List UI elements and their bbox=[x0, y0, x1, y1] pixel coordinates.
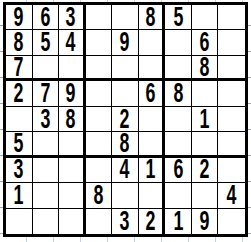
given-digit: 7 bbox=[40, 81, 50, 106]
cell-r7c1[interactable]: 3 bbox=[6, 158, 33, 183]
cell-r3c3[interactable] bbox=[59, 56, 86, 81]
cell-r7c8[interactable]: 2 bbox=[192, 158, 219, 183]
given-digit: 4 bbox=[120, 158, 130, 183]
given-digit: 7 bbox=[14, 56, 24, 81]
cell-r5c9[interactable] bbox=[218, 107, 245, 132]
cell-r1c2[interactable]: 6 bbox=[33, 5, 60, 30]
cell-r2c3[interactable]: 4 bbox=[59, 30, 86, 55]
cell-r4c7[interactable]: 8 bbox=[165, 81, 192, 106]
cell-r9c2[interactable] bbox=[33, 209, 60, 234]
given-digit: 5 bbox=[40, 30, 50, 55]
given-digit: 9 bbox=[120, 30, 130, 55]
cell-r2c5[interactable]: 9 bbox=[112, 30, 139, 55]
given-digit: 1 bbox=[14, 183, 24, 208]
cell-r2c2[interactable]: 5 bbox=[33, 30, 60, 55]
cell-r5c4[interactable] bbox=[86, 107, 113, 132]
given-digit: 8 bbox=[146, 5, 156, 30]
given-digit: 3 bbox=[14, 158, 24, 183]
cell-r8c9[interactable]: 4 bbox=[218, 183, 245, 208]
cell-r9c5[interactable]: 3 bbox=[112, 209, 139, 234]
cell-r7c3[interactable] bbox=[59, 158, 86, 183]
given-digit: 4 bbox=[227, 183, 237, 208]
cell-r5c5[interactable]: 2 bbox=[112, 107, 139, 132]
cell-r5c8[interactable]: 1 bbox=[192, 107, 219, 132]
given-digit: 6 bbox=[146, 81, 156, 106]
given-digit: 8 bbox=[14, 30, 24, 55]
given-digit: 8 bbox=[93, 183, 103, 208]
given-digit: 8 bbox=[173, 81, 183, 106]
given-digit: 9 bbox=[200, 209, 210, 234]
cell-r6c2[interactable] bbox=[33, 132, 60, 157]
cell-r6c9[interactable] bbox=[218, 132, 245, 157]
cell-r6c7[interactable] bbox=[165, 132, 192, 157]
sudoku-board: 96385854967827968382158341621843219 bbox=[3, 2, 248, 237]
cell-r2c8[interactable]: 6 bbox=[192, 30, 219, 55]
cell-r1c1[interactable]: 9 bbox=[6, 5, 33, 30]
given-digit: 8 bbox=[120, 132, 130, 157]
cell-r5c7[interactable] bbox=[165, 107, 192, 132]
cell-r8c5[interactable] bbox=[112, 183, 139, 208]
cell-r4c5[interactable] bbox=[112, 81, 139, 106]
cell-r6c1[interactable]: 5 bbox=[6, 132, 33, 157]
cell-r5c2[interactable]: 3 bbox=[33, 107, 60, 132]
cell-r5c1[interactable] bbox=[6, 107, 33, 132]
cell-r2c4[interactable] bbox=[86, 30, 113, 55]
given-digit: 5 bbox=[173, 5, 183, 30]
cell-r8c7[interactable] bbox=[165, 183, 192, 208]
given-digit: 2 bbox=[120, 107, 130, 132]
cell-r3c5[interactable] bbox=[112, 56, 139, 81]
given-digit: 2 bbox=[200, 158, 210, 183]
cell-r3c4[interactable] bbox=[86, 56, 113, 81]
given-digit: 3 bbox=[40, 107, 50, 132]
cell-r6c5[interactable]: 8 bbox=[112, 132, 139, 157]
cell-r3c6[interactable] bbox=[139, 56, 166, 81]
given-digit: 6 bbox=[200, 30, 210, 55]
given-digit: 2 bbox=[146, 209, 156, 234]
given-digit: 8 bbox=[200, 56, 210, 81]
cell-r4c9[interactable] bbox=[218, 81, 245, 106]
cell-r1c7[interactable]: 5 bbox=[165, 5, 192, 30]
given-digit: 4 bbox=[66, 30, 76, 55]
cell-r4c3[interactable]: 9 bbox=[59, 81, 86, 106]
cell-r7c6[interactable]: 1 bbox=[139, 158, 166, 183]
cell-r9c8[interactable]: 9 bbox=[192, 209, 219, 234]
cell-r1c4[interactable] bbox=[86, 5, 113, 30]
given-digit: 9 bbox=[14, 5, 24, 30]
cell-r6c4[interactable] bbox=[86, 132, 113, 157]
cell-r1c5[interactable] bbox=[112, 5, 139, 30]
cell-r4c4[interactable] bbox=[86, 81, 113, 106]
cell-r9c6[interactable]: 2 bbox=[139, 209, 166, 234]
cell-r8c3[interactable] bbox=[59, 183, 86, 208]
cell-r3c8[interactable]: 8 bbox=[192, 56, 219, 81]
given-digit: 3 bbox=[120, 209, 130, 234]
cell-r4c6[interactable]: 6 bbox=[139, 81, 166, 106]
cell-r3c1[interactable]: 7 bbox=[6, 56, 33, 81]
cell-r6c8[interactable] bbox=[192, 132, 219, 157]
cell-r8c2[interactable] bbox=[33, 183, 60, 208]
cell-r1c3[interactable]: 3 bbox=[59, 5, 86, 30]
cell-r7c7[interactable]: 6 bbox=[165, 158, 192, 183]
cell-r4c8[interactable] bbox=[192, 81, 219, 106]
given-digit: 8 bbox=[66, 107, 76, 132]
cell-r4c2[interactable]: 7 bbox=[33, 81, 60, 106]
cell-r9c3[interactable] bbox=[59, 209, 86, 234]
given-digit: 9 bbox=[66, 81, 76, 106]
cell-r9c4[interactable] bbox=[86, 209, 113, 234]
spreadsheet-background: 96385854967827968382158341621843219 bbox=[0, 0, 251, 242]
cell-r8c8[interactable] bbox=[192, 183, 219, 208]
given-digit: 1 bbox=[173, 209, 183, 234]
cell-r1c9[interactable] bbox=[218, 5, 245, 30]
cell-r7c4[interactable] bbox=[86, 158, 113, 183]
cell-r2c6[interactable] bbox=[139, 30, 166, 55]
cell-r2c9[interactable] bbox=[218, 30, 245, 55]
cell-r3c7[interactable] bbox=[165, 56, 192, 81]
cell-r9c1[interactable] bbox=[6, 209, 33, 234]
given-digit: 5 bbox=[14, 132, 24, 157]
cell-r9c9[interactable] bbox=[218, 209, 245, 234]
cell-r5c6[interactable] bbox=[139, 107, 166, 132]
cell-r1c8[interactable] bbox=[192, 5, 219, 30]
cell-r9c7[interactable]: 1 bbox=[165, 209, 192, 234]
cell-r3c2[interactable] bbox=[33, 56, 60, 81]
given-digit: 1 bbox=[200, 107, 210, 132]
given-digit: 2 bbox=[14, 81, 24, 106]
cell-r2c1[interactable]: 8 bbox=[6, 30, 33, 55]
cell-r1c6[interactable]: 8 bbox=[139, 5, 166, 30]
given-digit: 6 bbox=[173, 158, 183, 183]
given-digit: 1 bbox=[146, 158, 156, 183]
cell-r7c9[interactable] bbox=[218, 158, 245, 183]
cell-r4c1[interactable]: 2 bbox=[6, 81, 33, 106]
given-digit: 3 bbox=[66, 5, 76, 30]
cell-r3c9[interactable] bbox=[218, 56, 245, 81]
cell-r7c2[interactable] bbox=[33, 158, 60, 183]
given-digit: 6 bbox=[40, 5, 50, 30]
cell-r6c6[interactable] bbox=[139, 132, 166, 157]
cell-r6c3[interactable] bbox=[59, 132, 86, 157]
cell-r8c1[interactable]: 1 bbox=[6, 183, 33, 208]
cell-r5c3[interactable]: 8 bbox=[59, 107, 86, 132]
cell-r2c7[interactable] bbox=[165, 30, 192, 55]
cell-r7c5[interactable]: 4 bbox=[112, 158, 139, 183]
cell-r8c4[interactable]: 8 bbox=[86, 183, 113, 208]
cell-r8c6[interactable] bbox=[139, 183, 166, 208]
